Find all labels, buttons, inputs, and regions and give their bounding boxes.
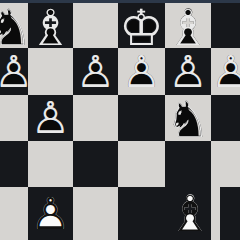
square-a4[interactable]: [0, 187, 28, 240]
square-e4[interactable]: ♝♗: [165, 187, 211, 240]
chess-app-window: ♞♘♝♗♚♔♝♗♟♙♟♙♟♙♟♙♟♙♟♙♞♘♟♙♝♗: [0, 0, 240, 240]
square-a6[interactable]: [0, 95, 28, 141]
black-pawn-outline-detail: ♙: [122, 50, 161, 94]
black-pawn-outline-detail: ♙: [211, 50, 240, 94]
square-d7[interactable]: ♟♙: [118, 48, 165, 95]
piece-black-king-d8[interactable]: ♚♔: [118, 3, 165, 48]
square-f8[interactable]: [211, 3, 240, 48]
square-c5[interactable]: [73, 141, 118, 187]
piece-black-pawn-e7[interactable]: ♟♙: [165, 48, 211, 95]
square-c7[interactable]: ♟♙: [73, 48, 118, 95]
piece-black-pawn-f7[interactable]: ♟♙: [211, 48, 240, 95]
square-f7[interactable]: ♟♙: [211, 48, 240, 95]
square-e7[interactable]: ♟♙: [165, 48, 211, 95]
piece-white-pawn-b4[interactable]: ♟♙: [28, 187, 73, 240]
square-b8[interactable]: ♝♗: [28, 3, 73, 48]
square-f4[interactable]: [211, 187, 240, 240]
piece-black-pawn-b6[interactable]: ♟♙: [28, 95, 73, 141]
square-d5[interactable]: [118, 141, 165, 187]
square-d4[interactable]: [118, 187, 165, 240]
piece-black-pawn-c7[interactable]: ♟♙: [73, 48, 118, 95]
square-a8[interactable]: ♞♘: [0, 3, 28, 48]
square-b5[interactable]: [28, 141, 73, 187]
piece-black-bishop-e8[interactable]: ♝♗: [165, 3, 211, 48]
square-c4[interactable]: [73, 187, 118, 240]
square-c8[interactable]: [73, 3, 118, 48]
square-d8[interactable]: ♚♔: [118, 3, 165, 48]
square-b4[interactable]: ♟♙: [28, 187, 73, 240]
white-bishop-outline-detail: ♗: [168, 189, 213, 239]
square-e6[interactable]: ♞♘: [165, 95, 211, 141]
black-pawn-outline-detail: ♙: [168, 50, 207, 94]
piece-black-pawn-d7[interactable]: ♟♙: [118, 48, 165, 95]
piece-black-knight-a8[interactable]: ♞♘: [0, 3, 16, 48]
black-pawn-outline-detail: ♙: [76, 50, 115, 94]
black-pawn-outline-detail: ♙: [31, 96, 70, 140]
piece-white-bishop-e4[interactable]: ♝♗: [167, 187, 213, 240]
black-bishop-outline-detail: ♗: [28, 3, 73, 53]
chess-board[interactable]: ♞♘♝♗♚♔♝♗♟♙♟♙♟♙♟♙♟♙♟♙♞♘♟♙♝♗: [0, 3, 240, 240]
square-b7[interactable]: [28, 48, 73, 95]
piece-black-bishop-b8[interactable]: ♝♗: [28, 3, 73, 48]
black-knight-outline-detail: ♘: [166, 95, 211, 145]
piece-black-pawn-a7[interactable]: ♟♙: [0, 48, 22, 95]
square-e5[interactable]: [165, 141, 211, 187]
square-e8[interactable]: ♝♗: [165, 3, 211, 48]
piece-black-knight-e6[interactable]: ♞♘: [165, 95, 211, 141]
square-f6[interactable]: [211, 95, 240, 141]
square-a5[interactable]: [0, 141, 28, 187]
square-b6[interactable]: ♟♙: [28, 95, 73, 141]
white-pawn-outline-detail: ♙: [31, 192, 70, 236]
square-a7[interactable]: ♟♙: [0, 48, 28, 95]
square-d6[interactable]: [118, 95, 165, 141]
square-f5[interactable]: [211, 141, 240, 187]
square-c6[interactable]: [73, 95, 118, 141]
